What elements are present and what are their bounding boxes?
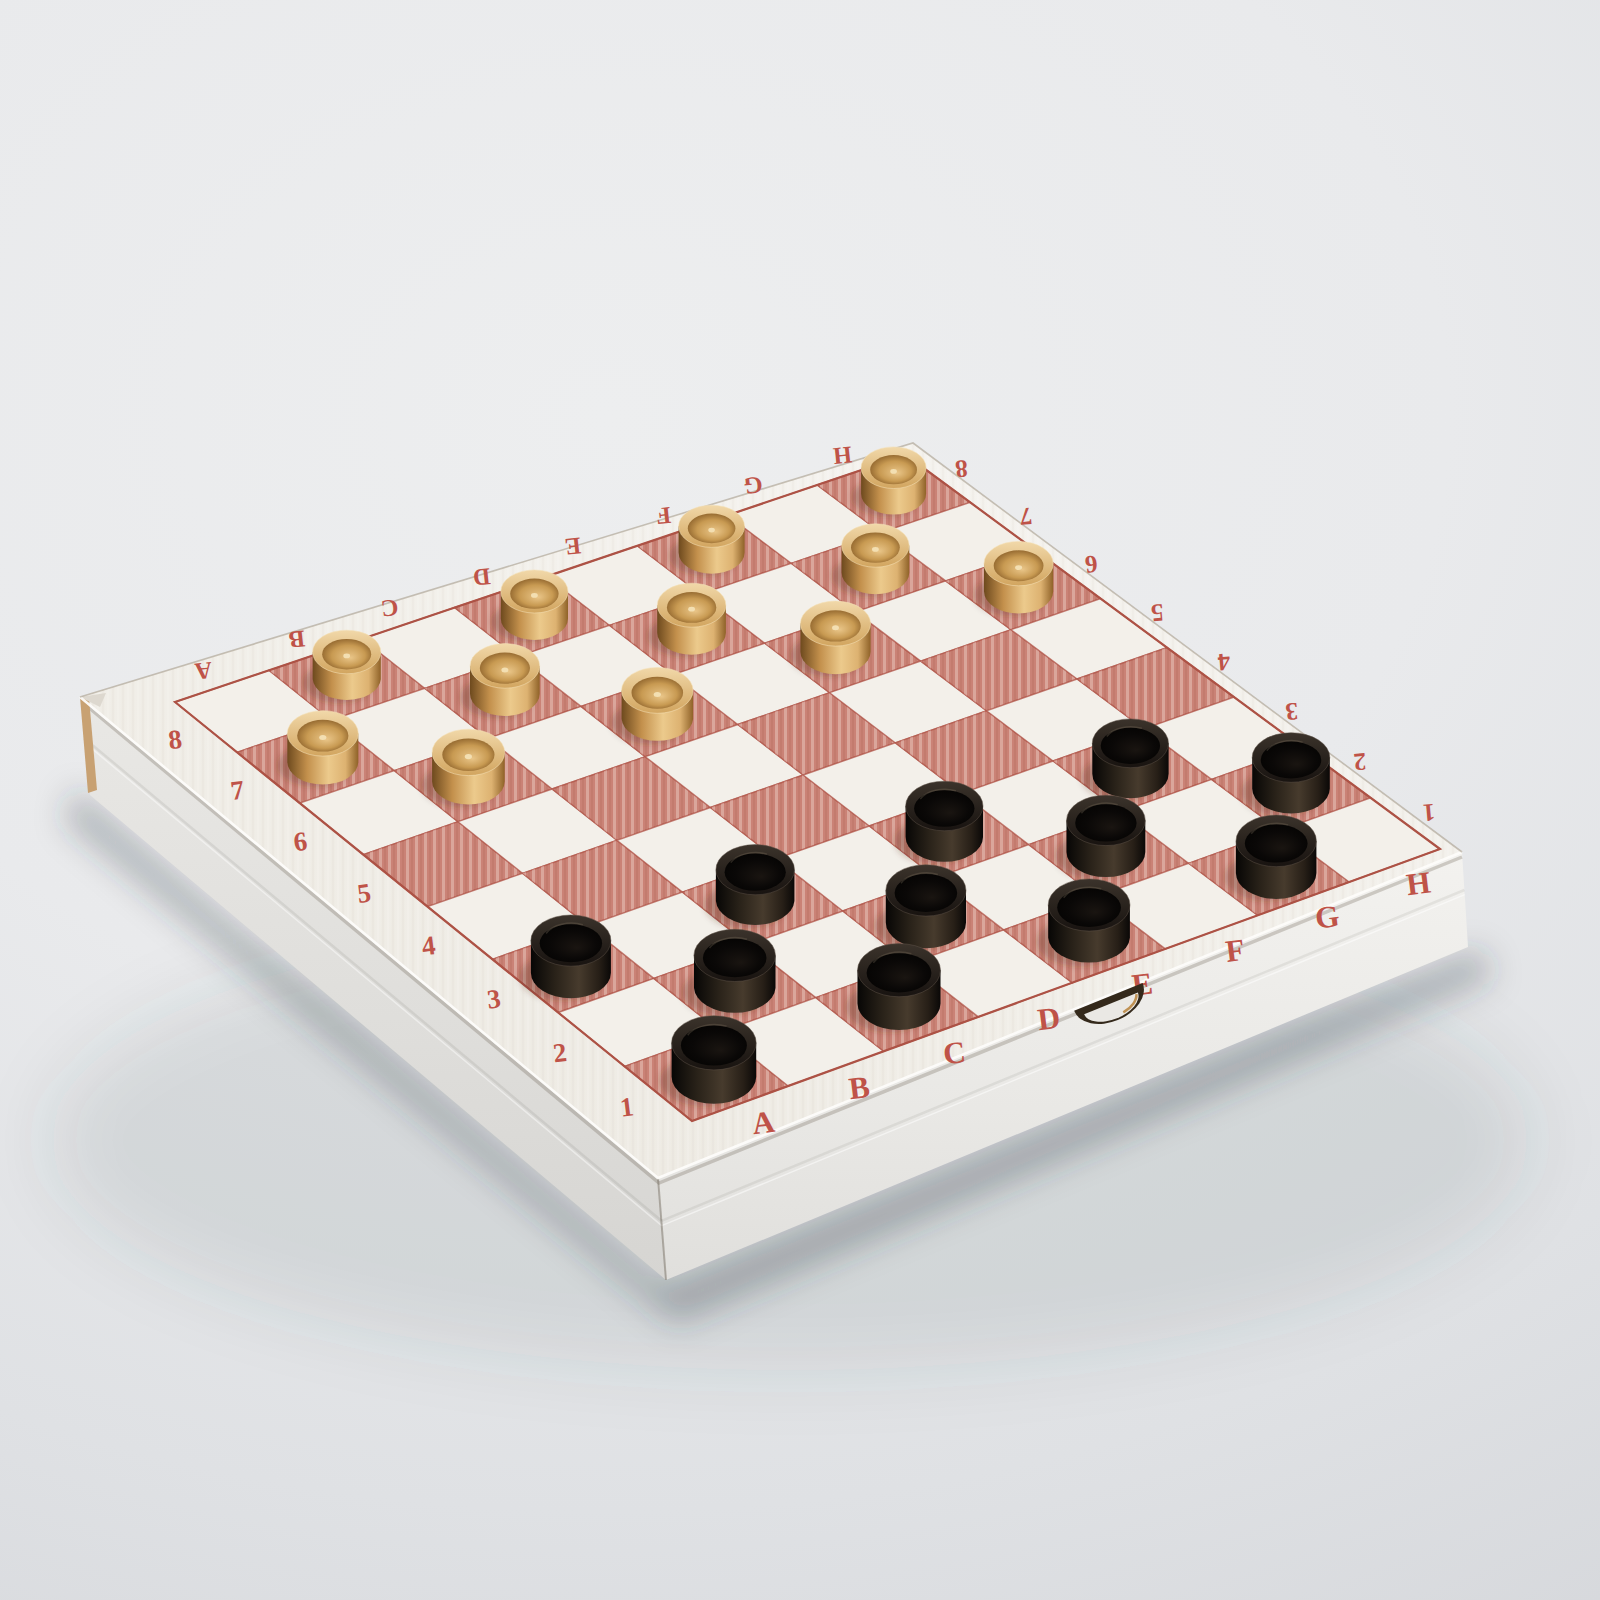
piece-center-nub: [832, 625, 839, 630]
piece-center-nub: [465, 754, 472, 759]
rank-label-right-8: 8: [954, 455, 969, 483]
file-label-far-b: B: [288, 626, 307, 654]
piece-center-nub: [343, 654, 350, 659]
piece-center-nub: [501, 667, 508, 672]
file-label-near-b: B: [847, 1069, 872, 1106]
piece-center-nub: [1015, 565, 1022, 570]
file-label-far-f: F: [655, 502, 672, 529]
rank-label-right-2: 2: [1353, 748, 1368, 776]
file-label-far-h: H: [832, 441, 854, 469]
piece-center-nub: [654, 692, 661, 697]
piece-center-nub: [319, 735, 326, 740]
file-label-far-e: E: [564, 533, 583, 561]
rank-label-right-1: 1: [1422, 799, 1437, 827]
checker-light-h8: [852, 447, 926, 516]
file-label-far-c: C: [380, 594, 400, 622]
file-label-far-d: D: [472, 563, 492, 591]
piece-center-nub: [708, 528, 715, 533]
rank-label-right-3: 3: [1284, 698, 1299, 726]
piece-center-nub: [688, 607, 695, 612]
piece-center-nub: [872, 547, 879, 552]
file-label-near-g: G: [1313, 898, 1341, 936]
rank-label-right-5: 5: [1150, 599, 1165, 627]
rank-label-right-7: 7: [1019, 502, 1034, 530]
file-label-near-h: H: [1404, 865, 1432, 903]
file-label-far-g: G: [742, 472, 764, 500]
file-label-far-a: A: [193, 657, 214, 685]
file-label-near-c: C: [941, 1034, 967, 1071]
rank-label-right-6: 6: [1084, 551, 1099, 579]
file-label-near-d: D: [1035, 1000, 1061, 1037]
piece-center-nub: [890, 469, 897, 474]
checkers-box-photo: AA88BB77CC66DD55EE44FF33GG22HH11: [0, 0, 1600, 1600]
photo-scene: AA88BB77CC66DD55EE44FF33GG22HH11: [0, 0, 1600, 1600]
piece-center-nub: [531, 593, 538, 598]
